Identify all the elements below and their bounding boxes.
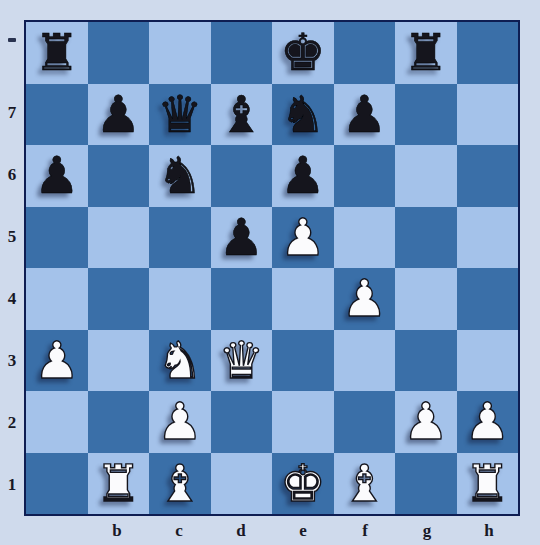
square-f7[interactable]: ♟ [334,84,396,146]
square-f3[interactable] [334,330,396,392]
square-a1[interactable] [26,453,88,515]
square-a8[interactable]: ♜ [26,22,88,84]
square-g7[interactable] [395,84,457,146]
square-d3[interactable]: ♛ [211,330,273,392]
square-b8[interactable] [88,22,150,84]
piece-black-rook[interactable]: ♜ [403,27,449,78]
square-a2[interactable] [26,391,88,453]
piece-white-king[interactable]: ♚ [280,458,326,509]
piece-white-pawn[interactable]: ♟ [157,396,203,447]
piece-white-pawn[interactable]: ♟ [464,396,510,447]
square-a6[interactable]: ♟ [26,145,88,207]
square-d8[interactable] [211,22,273,84]
square-d1[interactable] [211,453,273,515]
square-b4[interactable] [88,268,150,330]
file-label-c: c [148,516,210,545]
square-a7[interactable] [26,84,88,146]
rank-8-mark [8,38,16,42]
square-e3[interactable] [272,330,334,392]
piece-black-knight[interactable]: ♞ [157,150,203,201]
square-e8[interactable]: ♚ [272,22,334,84]
square-f6[interactable] [334,145,396,207]
rank-label-3: 3 [0,330,24,392]
file-label-empty [24,516,86,545]
piece-white-queen[interactable]: ♛ [218,335,264,386]
square-b2[interactable] [88,391,150,453]
piece-white-pawn[interactable]: ♟ [341,273,387,324]
square-c3[interactable]: ♞ [149,330,211,392]
square-d4[interactable] [211,268,273,330]
piece-black-pawn[interactable]: ♟ [280,150,326,201]
square-h6[interactable] [457,145,519,207]
square-h8[interactable] [457,22,519,84]
piece-white-rook[interactable]: ♜ [464,458,510,509]
rank-label-7: 7 [0,82,24,144]
file-label-g: g [396,516,458,545]
piece-black-pawn[interactable]: ♟ [95,89,141,140]
piece-black-knight[interactable]: ♞ [280,89,326,140]
file-label-h: h [458,516,520,545]
rank-labels: 7654321 [0,20,24,516]
file-labels: bcdefgh [24,516,520,545]
square-c6[interactable]: ♞ [149,145,211,207]
square-g8[interactable]: ♜ [395,22,457,84]
square-a3[interactable]: ♟ [26,330,88,392]
piece-white-knight[interactable]: ♞ [157,335,203,386]
square-c4[interactable] [149,268,211,330]
piece-black-pawn[interactable]: ♟ [34,150,80,201]
square-c5[interactable] [149,207,211,269]
square-f8[interactable] [334,22,396,84]
rank-label-4: 4 [0,268,24,330]
square-c2[interactable]: ♟ [149,391,211,453]
square-g2[interactable]: ♟ [395,391,457,453]
rank-label-1: 1 [0,454,24,516]
square-e7[interactable]: ♞ [272,84,334,146]
piece-white-bishop[interactable]: ♝ [157,458,203,509]
square-h4[interactable] [457,268,519,330]
square-g5[interactable] [395,207,457,269]
piece-white-pawn[interactable]: ♟ [280,212,326,263]
square-d2[interactable] [211,391,273,453]
square-h7[interactable] [457,84,519,146]
square-d6[interactable] [211,145,273,207]
square-h3[interactable] [457,330,519,392]
file-label-b: b [86,516,148,545]
square-h5[interactable] [457,207,519,269]
square-d5[interactable]: ♟ [211,207,273,269]
chess-board: ♜♚♜♟♛♝♞♟♟♞♟♟♟♟♟♞♛♟♟♟♜♝♚♝♜ [24,20,520,516]
square-g1[interactable] [395,453,457,515]
square-h1[interactable]: ♜ [457,453,519,515]
piece-black-pawn[interactable]: ♟ [341,89,387,140]
square-a4[interactable] [26,268,88,330]
square-e4[interactable] [272,268,334,330]
piece-white-pawn[interactable]: ♟ [34,335,80,386]
square-a5[interactable] [26,207,88,269]
piece-black-king[interactable]: ♚ [280,27,326,78]
square-b6[interactable] [88,145,150,207]
file-label-f: f [334,516,396,545]
square-f4[interactable]: ♟ [334,268,396,330]
file-label-d: d [210,516,272,545]
piece-black-bishop[interactable]: ♝ [218,89,264,140]
square-e1[interactable]: ♚ [272,453,334,515]
square-c8[interactable] [149,22,211,84]
square-g6[interactable] [395,145,457,207]
square-h2[interactable]: ♟ [457,391,519,453]
piece-black-rook[interactable]: ♜ [34,27,80,78]
rank-label-6: 6 [0,144,24,206]
file-label-e: e [272,516,334,545]
square-e5[interactable]: ♟ [272,207,334,269]
square-f5[interactable] [334,207,396,269]
piece-white-bishop[interactable]: ♝ [341,458,387,509]
square-c7[interactable]: ♛ [149,84,211,146]
piece-white-pawn[interactable]: ♟ [403,396,449,447]
piece-white-rook[interactable]: ♜ [95,458,141,509]
rank-8-mark-slot [0,20,24,82]
rank-label-5: 5 [0,206,24,268]
square-g3[interactable] [395,330,457,392]
square-b7[interactable]: ♟ [88,84,150,146]
square-e2[interactable] [272,391,334,453]
square-d7[interactable]: ♝ [211,84,273,146]
square-b1[interactable]: ♜ [88,453,150,515]
square-b3[interactable] [88,330,150,392]
square-e6[interactable]: ♟ [272,145,334,207]
rank-label-2: 2 [0,392,24,454]
piece-black-queen[interactable]: ♛ [157,89,203,140]
square-f1[interactable]: ♝ [334,453,396,515]
square-c1[interactable]: ♝ [149,453,211,515]
square-b5[interactable] [88,207,150,269]
square-g4[interactable] [395,268,457,330]
square-f2[interactable] [334,391,396,453]
piece-black-pawn[interactable]: ♟ [218,212,264,263]
page: { "game": "chess", "position": { "fen": … [0,0,540,545]
